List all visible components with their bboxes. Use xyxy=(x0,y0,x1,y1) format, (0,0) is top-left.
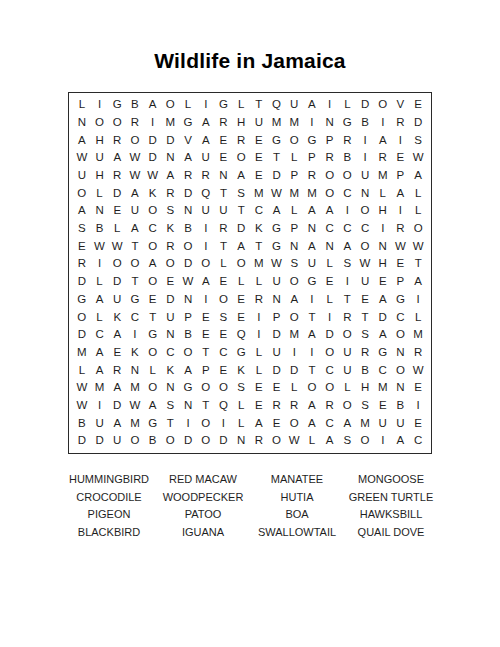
grid-cell-r16c3[interactable]: R xyxy=(108,362,126,380)
grid-cell-r17c14[interactable]: O xyxy=(303,379,321,397)
grid-cell-r3c9[interactable]: E xyxy=(215,131,233,149)
grid-cell-r7c18[interactable]: H xyxy=(374,202,392,220)
grid-cell-r14c4[interactable]: I xyxy=(126,326,144,344)
grid-cell-r12c5[interactable]: E xyxy=(144,291,162,309)
grid-cell-r14c18[interactable]: A xyxy=(374,326,392,344)
grid-cell-r11c14[interactable]: G xyxy=(303,273,321,291)
grid-cell-r10c3[interactable]: O xyxy=(108,255,126,273)
grid-cell-r20c5[interactable]: B xyxy=(144,432,162,450)
grid-cell-r17c11[interactable]: E xyxy=(250,379,268,397)
grid-cell-r10c10[interactable]: O xyxy=(232,255,250,273)
grid-cell-r2c7[interactable]: G xyxy=(179,114,197,132)
grid-cell-r16c19[interactable]: O xyxy=(392,362,410,380)
grid-cell-r17c2[interactable]: M xyxy=(91,379,109,397)
grid-cell-r5c18[interactable]: M xyxy=(374,167,392,185)
grid-cell-r14c7[interactable]: B xyxy=(179,326,197,344)
grid-cell-r18c13[interactable]: R xyxy=(285,397,303,415)
grid-cell-r6c18[interactable]: L xyxy=(374,185,392,203)
grid-cell-r4c19[interactable]: E xyxy=(392,149,410,167)
grid-cell-r17c10[interactable]: S xyxy=(232,379,250,397)
grid-cell-r15c19[interactable]: N xyxy=(392,344,410,362)
grid-cell-r5c5[interactable]: W xyxy=(144,167,162,185)
grid-cell-r6c9[interactable]: T xyxy=(215,185,233,203)
grid-cell-r6c19[interactable]: A xyxy=(392,185,410,203)
grid-cell-r16c13[interactable]: D xyxy=(285,362,303,380)
grid-cell-r13c20[interactable]: L xyxy=(409,308,427,326)
grid-cell-r14c12[interactable]: D xyxy=(268,326,286,344)
grid-cell-r8c10[interactable]: D xyxy=(232,220,250,238)
grid-cell-r19c17[interactable]: M xyxy=(356,415,374,433)
grid-cell-r7c6[interactable]: S xyxy=(162,202,180,220)
grid-cell-r3c16[interactable]: R xyxy=(339,131,357,149)
grid-cell-r1c18[interactable]: O xyxy=(374,96,392,114)
grid-cell-r16c1[interactable]: L xyxy=(73,362,91,380)
grid-cell-r8c19[interactable]: R xyxy=(392,220,410,238)
grid-cell-r12c16[interactable]: T xyxy=(339,291,357,309)
grid-cell-r12c7[interactable]: N xyxy=(179,291,197,309)
grid-cell-r1c20[interactable]: E xyxy=(409,96,427,114)
grid-cell-r15c4[interactable]: K xyxy=(126,344,144,362)
grid-cell-r9c14[interactable]: A xyxy=(303,238,321,256)
grid-cell-r3c8[interactable]: A xyxy=(197,131,215,149)
grid-cell-r2c2[interactable]: O xyxy=(91,114,109,132)
grid-cell-r2c17[interactable]: B xyxy=(356,114,374,132)
grid-cell-r18c9[interactable]: Q xyxy=(215,397,233,415)
grid-cell-r5c4[interactable]: W xyxy=(126,167,144,185)
grid-cell-r1c5[interactable]: A xyxy=(144,96,162,114)
grid-cell-r19c16[interactable]: A xyxy=(339,415,357,433)
grid-cell-r14c17[interactable]: S xyxy=(356,326,374,344)
grid-cell-r7c8[interactable]: U xyxy=(197,202,215,220)
grid-cell-r6c1[interactable]: O xyxy=(73,185,91,203)
grid-cell-r10c9[interactable]: L xyxy=(215,255,233,273)
grid-cell-r2c3[interactable]: O xyxy=(108,114,126,132)
grid-cell-r11c7[interactable]: W xyxy=(179,273,197,291)
grid-cell-r8c1[interactable]: S xyxy=(73,220,91,238)
grid-cell-r13c11[interactable]: I xyxy=(250,308,268,326)
grid-cell-r17c9[interactable]: O xyxy=(215,379,233,397)
grid-cell-r3c19[interactable]: I xyxy=(392,131,410,149)
grid-cell-r5c17[interactable]: U xyxy=(356,167,374,185)
grid-cell-r14c15[interactable]: D xyxy=(321,326,339,344)
grid-cell-r9c2[interactable]: W xyxy=(91,238,109,256)
grid-cell-r9c20[interactable]: W xyxy=(409,238,427,256)
grid-cell-r19c14[interactable]: A xyxy=(303,415,321,433)
grid-cell-r13c7[interactable]: P xyxy=(179,308,197,326)
grid-cell-r3c10[interactable]: R xyxy=(232,131,250,149)
grid-cell-r4c9[interactable]: E xyxy=(215,149,233,167)
grid-cell-r20c15[interactable]: A xyxy=(321,432,339,450)
grid-cell-r13c10[interactable]: E xyxy=(232,308,250,326)
grid-cell-r8c20[interactable]: O xyxy=(409,220,427,238)
grid-cell-r8c11[interactable]: K xyxy=(250,220,268,238)
grid-cell-r11c10[interactable]: L xyxy=(232,273,250,291)
grid-cell-r9c19[interactable]: W xyxy=(392,238,410,256)
grid-cell-r8c9[interactable]: R xyxy=(215,220,233,238)
grid-cell-r18c8[interactable]: T xyxy=(197,397,215,415)
grid-cell-r19c4[interactable]: M xyxy=(126,415,144,433)
grid-cell-r13c15[interactable]: I xyxy=(321,308,339,326)
grid-cell-r11c19[interactable]: P xyxy=(392,273,410,291)
grid-cell-r10c5[interactable]: A xyxy=(144,255,162,273)
grid-cell-r13c16[interactable]: R xyxy=(339,308,357,326)
grid-cell-r3c17[interactable]: I xyxy=(356,131,374,149)
grid-cell-r14c20[interactable]: M xyxy=(409,326,427,344)
grid-cell-r3c13[interactable]: O xyxy=(285,131,303,149)
grid-cell-r20c16[interactable]: S xyxy=(339,432,357,450)
grid-cell-r15c13[interactable]: I xyxy=(285,344,303,362)
grid-cell-r16c4[interactable]: N xyxy=(126,362,144,380)
grid-cell-r19c13[interactable]: O xyxy=(285,415,303,433)
grid-cell-r11c15[interactable]: E xyxy=(321,273,339,291)
grid-cell-r17c18[interactable]: M xyxy=(374,379,392,397)
grid-cell-r9c16[interactable]: A xyxy=(339,238,357,256)
grid-cell-r16c18[interactable]: C xyxy=(374,362,392,380)
grid-cell-r14c8[interactable]: E xyxy=(197,326,215,344)
grid-cell-r9c1[interactable]: E xyxy=(73,238,91,256)
grid-cell-r19c19[interactable]: U xyxy=(392,415,410,433)
grid-cell-r10c15[interactable]: L xyxy=(321,255,339,273)
grid-cell-r4c4[interactable]: W xyxy=(126,149,144,167)
grid-cell-r20c7[interactable]: D xyxy=(179,432,197,450)
grid-cell-r1c2[interactable]: I xyxy=(91,96,109,114)
grid-cell-r19c8[interactable]: O xyxy=(197,415,215,433)
grid-cell-r11c4[interactable]: T xyxy=(126,273,144,291)
grid-cell-r3c1[interactable]: A xyxy=(73,131,91,149)
grid-cell-r20c14[interactable]: L xyxy=(303,432,321,450)
grid-cell-r2c11[interactable]: U xyxy=(250,114,268,132)
grid-cell-r12c12[interactable]: N xyxy=(268,291,286,309)
grid-cell-r3c3[interactable]: R xyxy=(108,131,126,149)
grid-cell-r18c10[interactable]: L xyxy=(232,397,250,415)
grid-cell-r9c3[interactable]: W xyxy=(108,238,126,256)
grid-cell-r20c10[interactable]: N xyxy=(232,432,250,450)
grid-cell-r17c1[interactable]: W xyxy=(73,379,91,397)
grid-cell-r12c13[interactable]: A xyxy=(285,291,303,309)
grid-cell-r18c2[interactable]: I xyxy=(91,397,109,415)
grid-cell-r15c5[interactable]: O xyxy=(144,344,162,362)
grid-cell-r5c1[interactable]: U xyxy=(73,167,91,185)
grid-cell-r7c4[interactable]: U xyxy=(126,202,144,220)
grid-cell-r9c9[interactable]: T xyxy=(215,238,233,256)
grid-cell-r4c8[interactable]: U xyxy=(197,149,215,167)
grid-cell-r7c7[interactable]: N xyxy=(179,202,197,220)
grid-cell-r6c15[interactable]: O xyxy=(321,185,339,203)
grid-cell-r2c10[interactable]: H xyxy=(232,114,250,132)
grid-cell-r20c18[interactable]: I xyxy=(374,432,392,450)
grid-cell-r13c5[interactable]: T xyxy=(144,308,162,326)
grid-cell-r19c18[interactable]: U xyxy=(374,415,392,433)
grid-cell-r2c18[interactable]: I xyxy=(374,114,392,132)
grid-cell-r5c10[interactable]: A xyxy=(232,167,250,185)
grid-cell-r10c14[interactable]: U xyxy=(303,255,321,273)
grid-cell-r19c1[interactable]: B xyxy=(73,415,91,433)
grid-cell-r8c5[interactable]: C xyxy=(144,220,162,238)
grid-cell-r8c14[interactable]: N xyxy=(303,220,321,238)
grid-cell-r3c4[interactable]: O xyxy=(126,131,144,149)
grid-cell-r10c13[interactable]: S xyxy=(285,255,303,273)
grid-cell-r12c14[interactable]: I xyxy=(303,291,321,309)
grid-cell-r14c9[interactable]: E xyxy=(215,326,233,344)
grid-cell-r8c6[interactable]: K xyxy=(162,220,180,238)
grid-cell-r20c3[interactable]: U xyxy=(108,432,126,450)
grid-cell-r6c17[interactable]: N xyxy=(356,185,374,203)
grid-cell-r5c19[interactable]: P xyxy=(392,167,410,185)
grid-cell-r12c4[interactable]: G xyxy=(126,291,144,309)
grid-cell-r18c4[interactable]: W xyxy=(126,397,144,415)
grid-cell-r11c8[interactable]: A xyxy=(197,273,215,291)
grid-cell-r4c15[interactable]: R xyxy=(321,149,339,167)
grid-cell-r18c20[interactable]: I xyxy=(409,397,427,415)
grid-cell-r12c1[interactable]: G xyxy=(73,291,91,309)
grid-cell-r14c2[interactable]: C xyxy=(91,326,109,344)
grid-cell-r7c13[interactable]: L xyxy=(285,202,303,220)
grid-cell-r10c12[interactable]: W xyxy=(268,255,286,273)
grid-cell-r8c3[interactable]: L xyxy=(108,220,126,238)
grid-cell-r19c3[interactable]: A xyxy=(108,415,126,433)
grid-cell-r7c17[interactable]: O xyxy=(356,202,374,220)
grid-cell-r12c8[interactable]: I xyxy=(197,291,215,309)
grid-cell-r12c20[interactable]: I xyxy=(409,291,427,309)
grid-cell-r15c7[interactable]: O xyxy=(179,344,197,362)
grid-cell-r2c8[interactable]: A xyxy=(197,114,215,132)
grid-cell-r18c6[interactable]: S xyxy=(162,397,180,415)
grid-cell-r13c4[interactable]: C xyxy=(126,308,144,326)
grid-cell-r9c12[interactable]: G xyxy=(268,238,286,256)
grid-cell-r14c16[interactable]: O xyxy=(339,326,357,344)
grid-cell-r9c5[interactable]: O xyxy=(144,238,162,256)
grid-cell-r1c9[interactable]: G xyxy=(215,96,233,114)
grid-cell-r10c17[interactable]: W xyxy=(356,255,374,273)
grid-cell-r8c2[interactable]: B xyxy=(91,220,109,238)
grid-cell-r19c9[interactable]: I xyxy=(215,415,233,433)
grid-cell-r17c19[interactable]: N xyxy=(392,379,410,397)
grid-cell-r5c12[interactable]: D xyxy=(268,167,286,185)
grid-cell-r9c11[interactable]: T xyxy=(250,238,268,256)
grid-cell-r2c12[interactable]: M xyxy=(268,114,286,132)
grid-cell-r18c19[interactable]: B xyxy=(392,397,410,415)
grid-cell-r3c2[interactable]: H xyxy=(91,131,109,149)
grid-cell-r4c7[interactable]: A xyxy=(179,149,197,167)
grid-cell-r9c8[interactable]: I xyxy=(197,238,215,256)
grid-cell-r13c17[interactable]: T xyxy=(356,308,374,326)
grid-cell-r17c4[interactable]: M xyxy=(126,379,144,397)
grid-cell-r10c19[interactable]: E xyxy=(392,255,410,273)
grid-cell-r9c15[interactable]: N xyxy=(321,238,339,256)
grid-cell-r6c8[interactable]: Q xyxy=(197,185,215,203)
grid-cell-r2c14[interactable]: I xyxy=(303,114,321,132)
grid-cell-r5c2[interactable]: H xyxy=(91,167,109,185)
grid-cell-r5c16[interactable]: O xyxy=(339,167,357,185)
grid-cell-r13c6[interactable]: U xyxy=(162,308,180,326)
grid-cell-r14c11[interactable]: I xyxy=(250,326,268,344)
grid-cell-r2c20[interactable]: D xyxy=(409,114,427,132)
grid-cell-r9c13[interactable]: N xyxy=(285,238,303,256)
grid-cell-r14c1[interactable]: D xyxy=(73,326,91,344)
grid-cell-r19c12[interactable]: E xyxy=(268,415,286,433)
grid-cell-r16c17[interactable]: B xyxy=(356,362,374,380)
grid-cell-r6c2[interactable]: L xyxy=(91,185,109,203)
grid-cell-r20c11[interactable]: R xyxy=(250,432,268,450)
grid-cell-r18c1[interactable]: W xyxy=(73,397,91,415)
grid-cell-r8c8[interactable]: I xyxy=(197,220,215,238)
grid-cell-r1c4[interactable]: B xyxy=(126,96,144,114)
grid-cell-r1c15[interactable]: I xyxy=(321,96,339,114)
grid-cell-r15c18[interactable]: G xyxy=(374,344,392,362)
grid-cell-r18c18[interactable]: E xyxy=(374,397,392,415)
grid-cell-r15c11[interactable]: L xyxy=(250,344,268,362)
grid-cell-r18c7[interactable]: N xyxy=(179,397,197,415)
grid-cell-r18c16[interactable]: O xyxy=(339,397,357,415)
grid-cell-r18c14[interactable]: A xyxy=(303,397,321,415)
grid-cell-r15c1[interactable]: M xyxy=(73,344,91,362)
grid-cell-r5c7[interactable]: R xyxy=(179,167,197,185)
grid-cell-r20c20[interactable]: C xyxy=(409,432,427,450)
grid-cell-r8c17[interactable]: C xyxy=(356,220,374,238)
grid-cell-r15c3[interactable]: E xyxy=(108,344,126,362)
grid-cell-r10c7[interactable]: D xyxy=(179,255,197,273)
grid-cell-r2c9[interactable]: R xyxy=(215,114,233,132)
grid-cell-r12c3[interactable]: U xyxy=(108,291,126,309)
grid-cell-r13c1[interactable]: O xyxy=(73,308,91,326)
grid-cell-r5c6[interactable]: A xyxy=(162,167,180,185)
grid-cell-r20c13[interactable]: W xyxy=(285,432,303,450)
grid-cell-r16c14[interactable]: T xyxy=(303,362,321,380)
grid-cell-r12c2[interactable]: A xyxy=(91,291,109,309)
grid-cell-r4c1[interactable]: W xyxy=(73,149,91,167)
grid-cell-r14c6[interactable]: N xyxy=(162,326,180,344)
grid-cell-r16c8[interactable]: P xyxy=(197,362,215,380)
grid-cell-r3c14[interactable]: G xyxy=(303,131,321,149)
grid-cell-r6c16[interactable]: C xyxy=(339,185,357,203)
grid-cell-r17c7[interactable]: G xyxy=(179,379,197,397)
grid-cell-r19c20[interactable]: E xyxy=(409,415,427,433)
grid-cell-r16c15[interactable]: C xyxy=(321,362,339,380)
grid-cell-r10c2[interactable]: I xyxy=(91,255,109,273)
grid-cell-r13c13[interactable]: O xyxy=(285,308,303,326)
grid-cell-r1c19[interactable]: V xyxy=(392,96,410,114)
grid-cell-r20c17[interactable]: O xyxy=(356,432,374,450)
grid-cell-r6c14[interactable]: M xyxy=(303,185,321,203)
grid-cell-r15c17[interactable]: R xyxy=(356,344,374,362)
grid-cell-r5c8[interactable]: R xyxy=(197,167,215,185)
grid-cell-r3c18[interactable]: A xyxy=(374,131,392,149)
grid-cell-r4c6[interactable]: N xyxy=(162,149,180,167)
grid-cell-r17c8[interactable]: O xyxy=(197,379,215,397)
grid-cell-r17c3[interactable]: A xyxy=(108,379,126,397)
grid-cell-r5c14[interactable]: R xyxy=(303,167,321,185)
grid-cell-r15c14[interactable]: I xyxy=(303,344,321,362)
grid-cell-r4c13[interactable]: L xyxy=(285,149,303,167)
grid-cell-r15c2[interactable]: A xyxy=(91,344,109,362)
grid-cell-r12c9[interactable]: O xyxy=(215,291,233,309)
grid-cell-r17c12[interactable]: E xyxy=(268,379,286,397)
grid-cell-r7c11[interactable]: C xyxy=(250,202,268,220)
grid-cell-r7c12[interactable]: A xyxy=(268,202,286,220)
grid-cell-r4c2[interactable]: U xyxy=(91,149,109,167)
grid-cell-r11c17[interactable]: U xyxy=(356,273,374,291)
grid-cell-r14c14[interactable]: A xyxy=(303,326,321,344)
grid-cell-r17c20[interactable]: E xyxy=(409,379,427,397)
grid-cell-r13c8[interactable]: E xyxy=(197,308,215,326)
grid-cell-r10c16[interactable]: S xyxy=(339,255,357,273)
grid-cell-r2c5[interactable]: I xyxy=(144,114,162,132)
grid-cell-r20c12[interactable]: O xyxy=(268,432,286,450)
grid-cell-r10c8[interactable]: O xyxy=(197,255,215,273)
grid-cell-r11c3[interactable]: D xyxy=(108,273,126,291)
grid-cell-r16c11[interactable]: L xyxy=(250,362,268,380)
grid-cell-r18c3[interactable]: D xyxy=(108,397,126,415)
grid-cell-r4c16[interactable]: B xyxy=(339,149,357,167)
grid-cell-r19c15[interactable]: C xyxy=(321,415,339,433)
grid-cell-r18c12[interactable]: R xyxy=(268,397,286,415)
grid-cell-r20c4[interactable]: O xyxy=(126,432,144,450)
grid-cell-r14c3[interactable]: A xyxy=(108,326,126,344)
grid-cell-r16c10[interactable]: K xyxy=(232,362,250,380)
grid-cell-r14c10[interactable]: Q xyxy=(232,326,250,344)
grid-cell-r2c13[interactable]: M xyxy=(285,114,303,132)
grid-cell-r14c19[interactable]: O xyxy=(392,326,410,344)
grid-cell-r19c11[interactable]: A xyxy=(250,415,268,433)
grid-cell-r20c1[interactable]: D xyxy=(73,432,91,450)
grid-cell-r1c1[interactable]: L xyxy=(73,96,91,114)
grid-cell-r1c6[interactable]: O xyxy=(162,96,180,114)
grid-cell-r15c12[interactable]: U xyxy=(268,344,286,362)
grid-cell-r1c11[interactable]: T xyxy=(250,96,268,114)
grid-cell-r11c6[interactable]: E xyxy=(162,273,180,291)
grid-cell-r1c10[interactable]: L xyxy=(232,96,250,114)
grid-cell-r1c12[interactable]: Q xyxy=(268,96,286,114)
grid-cell-r7c19[interactable]: I xyxy=(392,202,410,220)
grid-cell-r2c1[interactable]: N xyxy=(73,114,91,132)
grid-cell-r7c16[interactable]: I xyxy=(339,202,357,220)
grid-cell-r12c11[interactable]: R xyxy=(250,291,268,309)
grid-cell-r8c16[interactable]: C xyxy=(339,220,357,238)
grid-cell-r16c9[interactable]: E xyxy=(215,362,233,380)
grid-cell-r17c17[interactable]: H xyxy=(356,379,374,397)
grid-cell-r8c18[interactable]: I xyxy=(374,220,392,238)
grid-cell-r6c20[interactable]: L xyxy=(409,185,427,203)
grid-cell-r3c6[interactable]: D xyxy=(162,131,180,149)
grid-cell-r11c1[interactable]: D xyxy=(73,273,91,291)
grid-cell-r4c14[interactable]: P xyxy=(303,149,321,167)
grid-cell-r11c9[interactable]: E xyxy=(215,273,233,291)
grid-cell-r7c14[interactable]: A xyxy=(303,202,321,220)
grid-cell-r17c5[interactable]: O xyxy=(144,379,162,397)
grid-cell-r8c4[interactable]: A xyxy=(126,220,144,238)
grid-cell-r4c18[interactable]: R xyxy=(374,149,392,167)
grid-cell-r12c17[interactable]: E xyxy=(356,291,374,309)
grid-cell-r4c11[interactable]: E xyxy=(250,149,268,167)
grid-cell-r5c13[interactable]: P xyxy=(285,167,303,185)
grid-cell-r11c18[interactable]: E xyxy=(374,273,392,291)
grid-cell-r9c18[interactable]: N xyxy=(374,238,392,256)
grid-cell-r13c18[interactable]: D xyxy=(374,308,392,326)
grid-cell-r20c6[interactable]: O xyxy=(162,432,180,450)
grid-cell-r11c13[interactable]: O xyxy=(285,273,303,291)
grid-cell-r3c7[interactable]: V xyxy=(179,131,197,149)
grid-cell-r9c6[interactable]: R xyxy=(162,238,180,256)
grid-cell-r5c3[interactable]: R xyxy=(108,167,126,185)
grid-cell-r10c11[interactable]: M xyxy=(250,255,268,273)
grid-cell-r7c10[interactable]: T xyxy=(232,202,250,220)
grid-cell-r13c14[interactable]: T xyxy=(303,308,321,326)
grid-cell-r19c7[interactable]: I xyxy=(179,415,197,433)
grid-cell-r15c16[interactable]: U xyxy=(339,344,357,362)
grid-cell-r15c20[interactable]: R xyxy=(409,344,427,362)
grid-cell-r5c20[interactable]: A xyxy=(409,167,427,185)
grid-cell-r4c5[interactable]: D xyxy=(144,149,162,167)
